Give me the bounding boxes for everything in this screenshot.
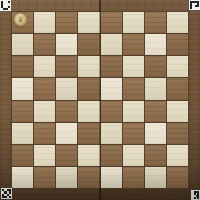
square-a2[interactable]: [12, 145, 33, 166]
square-e7[interactable]: [101, 34, 122, 55]
square-d1[interactable]: [78, 167, 99, 188]
square-a4[interactable]: [12, 101, 33, 122]
square-c4[interactable]: [56, 101, 77, 122]
square-f3[interactable]: [123, 123, 144, 144]
gold-crown-maker-stamp-icon: ♛: [14, 13, 27, 26]
square-b3[interactable]: [34, 123, 55, 144]
fiducial-marker-bottom-right: [191, 190, 200, 200]
square-c3[interactable]: [56, 123, 77, 144]
fiducial-marker-bottom-left: [1, 188, 12, 199]
square-g5[interactable]: [145, 78, 166, 99]
square-h7[interactable]: [167, 34, 188, 55]
crown-icon: ♛: [17, 16, 24, 24]
square-f2[interactable]: [123, 145, 144, 166]
square-e4[interactable]: [101, 101, 122, 122]
square-g4[interactable]: [145, 101, 166, 122]
square-e6[interactable]: [101, 56, 122, 77]
square-b7[interactable]: [34, 34, 55, 55]
square-d4[interactable]: [78, 101, 99, 122]
square-f7[interactable]: [123, 34, 144, 55]
square-c2[interactable]: [56, 145, 77, 166]
square-d5[interactable]: [78, 78, 99, 99]
square-h3[interactable]: [167, 123, 188, 144]
square-h2[interactable]: [167, 145, 188, 166]
square-f5[interactable]: [123, 78, 144, 99]
square-e2[interactable]: [101, 145, 122, 166]
square-g7[interactable]: [145, 34, 166, 55]
square-h1[interactable]: [167, 167, 188, 188]
square-e3[interactable]: [101, 123, 122, 144]
square-c7[interactable]: [56, 34, 77, 55]
square-b2[interactable]: [34, 145, 55, 166]
square-b1[interactable]: [34, 167, 55, 188]
square-c6[interactable]: [56, 56, 77, 77]
square-d2[interactable]: [78, 145, 99, 166]
square-g2[interactable]: [145, 145, 166, 166]
square-a1[interactable]: [12, 167, 33, 188]
square-a6[interactable]: [12, 56, 33, 77]
square-d6[interactable]: [78, 56, 99, 77]
square-h6[interactable]: [167, 56, 188, 77]
square-h4[interactable]: [167, 101, 188, 122]
square-e8[interactable]: [101, 12, 122, 33]
square-c1[interactable]: [56, 167, 77, 188]
fiducial-marker-top-right: [189, 0, 200, 10]
square-g1[interactable]: [145, 167, 166, 188]
square-f8[interactable]: [123, 12, 144, 33]
square-c8[interactable]: [56, 12, 77, 33]
square-g6[interactable]: [145, 56, 166, 77]
square-a5[interactable]: [12, 78, 33, 99]
square-d8[interactable]: [78, 12, 99, 33]
square-d3[interactable]: [78, 123, 99, 144]
square-a7[interactable]: [12, 34, 33, 55]
chessboard-photo: ♛: [0, 0, 200, 200]
square-h5[interactable]: [167, 78, 188, 99]
square-h8[interactable]: [167, 12, 188, 33]
square-g3[interactable]: [145, 123, 166, 144]
square-f1[interactable]: [123, 167, 144, 188]
square-b6[interactable]: [34, 56, 55, 77]
square-f4[interactable]: [123, 101, 144, 122]
square-f6[interactable]: [123, 56, 144, 77]
square-b8[interactable]: [34, 12, 55, 33]
square-b4[interactable]: [34, 101, 55, 122]
square-c5[interactable]: [56, 78, 77, 99]
square-e5[interactable]: [101, 78, 122, 99]
square-a3[interactable]: [12, 123, 33, 144]
board-fold-seam: [99, 0, 101, 200]
square-g8[interactable]: [145, 12, 166, 33]
square-d7[interactable]: [78, 34, 99, 55]
square-b5[interactable]: [34, 78, 55, 99]
square-e1[interactable]: [101, 167, 122, 188]
fiducial-marker-top-left: [0, 0, 11, 11]
